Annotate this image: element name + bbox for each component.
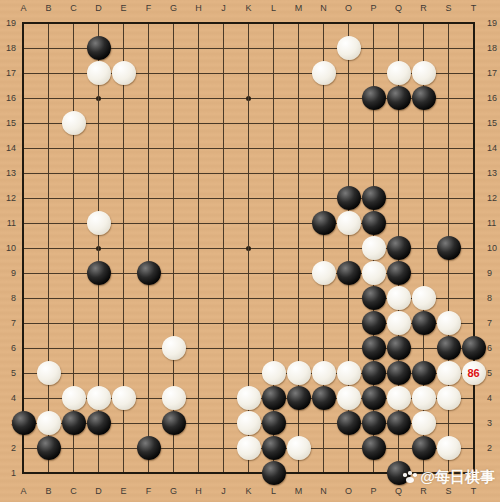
- intersection-L2[interactable]: [261, 436, 286, 461]
- intersection-K15[interactable]: [236, 111, 261, 136]
- intersection-F12[interactable]: [136, 186, 161, 211]
- intersection-F11[interactable]: [136, 211, 161, 236]
- intersection-G1[interactable]: [161, 461, 186, 486]
- intersection-S2[interactable]: [436, 436, 461, 461]
- intersection-M5[interactable]: [286, 361, 311, 386]
- intersection-K14[interactable]: [236, 136, 261, 161]
- intersection-C15[interactable]: [61, 111, 86, 136]
- intersection-O13[interactable]: [336, 161, 361, 186]
- intersection-E14[interactable]: [111, 136, 136, 161]
- intersection-Q4[interactable]: [386, 386, 411, 411]
- intersection-M2[interactable]: [286, 436, 311, 461]
- intersection-G17[interactable]: [161, 61, 186, 86]
- intersection-D15[interactable]: [86, 111, 111, 136]
- intersection-O5[interactable]: [336, 361, 361, 386]
- intersection-R5[interactable]: [411, 361, 436, 386]
- intersection-E2[interactable]: [111, 436, 136, 461]
- intersection-D2[interactable]: [86, 436, 111, 461]
- intersection-A14[interactable]: [11, 136, 36, 161]
- intersection-L4[interactable]: [261, 386, 286, 411]
- intersection-O1[interactable]: [336, 461, 361, 486]
- intersection-R9[interactable]: [411, 261, 436, 286]
- intersection-J11[interactable]: [211, 211, 236, 236]
- intersection-J19[interactable]: [211, 11, 236, 36]
- intersection-C13[interactable]: [61, 161, 86, 186]
- intersection-D12[interactable]: [86, 186, 111, 211]
- intersection-D9[interactable]: [86, 261, 111, 286]
- intersection-C17[interactable]: [61, 61, 86, 86]
- intersection-B6[interactable]: [36, 336, 61, 361]
- intersection-E3[interactable]: [111, 411, 136, 436]
- intersection-G8[interactable]: [161, 286, 186, 311]
- intersection-R2[interactable]: [411, 436, 436, 461]
- intersection-D8[interactable]: [86, 286, 111, 311]
- intersection-T10[interactable]: [461, 236, 486, 261]
- intersection-T3[interactable]: [461, 411, 486, 436]
- intersection-O3[interactable]: [336, 411, 361, 436]
- intersection-E12[interactable]: [111, 186, 136, 211]
- intersection-F13[interactable]: [136, 161, 161, 186]
- intersection-D5[interactable]: [86, 361, 111, 386]
- intersection-G13[interactable]: [161, 161, 186, 186]
- intersection-J7[interactable]: [211, 311, 236, 336]
- intersection-N6[interactable]: [311, 336, 336, 361]
- intersection-F9[interactable]: [136, 261, 161, 286]
- intersection-H5[interactable]: [186, 361, 211, 386]
- intersection-B1[interactable]: [36, 461, 61, 486]
- intersection-B5[interactable]: [36, 361, 61, 386]
- intersection-F14[interactable]: [136, 136, 161, 161]
- intersection-P7[interactable]: [361, 311, 386, 336]
- intersection-N4[interactable]: [311, 386, 336, 411]
- intersection-K9[interactable]: [236, 261, 261, 286]
- intersection-G9[interactable]: [161, 261, 186, 286]
- intersection-S16[interactable]: [436, 86, 461, 111]
- intersection-O16[interactable]: [336, 86, 361, 111]
- intersection-D1[interactable]: [86, 461, 111, 486]
- intersection-T4[interactable]: [461, 386, 486, 411]
- intersection-O12[interactable]: [336, 186, 361, 211]
- intersection-J8[interactable]: [211, 286, 236, 311]
- intersection-S19[interactable]: [436, 11, 461, 36]
- intersection-P5[interactable]: [361, 361, 386, 386]
- intersection-K7[interactable]: [236, 311, 261, 336]
- intersection-M1[interactable]: [286, 461, 311, 486]
- intersection-H15[interactable]: [186, 111, 211, 136]
- intersection-B17[interactable]: [36, 61, 61, 86]
- intersection-N17[interactable]: [311, 61, 336, 86]
- intersection-F3[interactable]: [136, 411, 161, 436]
- intersection-P17[interactable]: [361, 61, 386, 86]
- intersection-C4[interactable]: [61, 386, 86, 411]
- intersection-K3[interactable]: [236, 411, 261, 436]
- intersection-M4[interactable]: [286, 386, 311, 411]
- intersection-Q8[interactable]: [386, 286, 411, 311]
- intersection-J10[interactable]: [211, 236, 236, 261]
- intersection-O4[interactable]: [336, 386, 361, 411]
- intersection-C16[interactable]: [61, 86, 86, 111]
- intersection-K11[interactable]: [236, 211, 261, 236]
- intersection-J15[interactable]: [211, 111, 236, 136]
- intersection-C1[interactable]: [61, 461, 86, 486]
- intersection-T9[interactable]: [461, 261, 486, 286]
- intersection-M9[interactable]: [286, 261, 311, 286]
- intersection-G15[interactable]: [161, 111, 186, 136]
- intersection-E4[interactable]: [111, 386, 136, 411]
- intersection-Q7[interactable]: [386, 311, 411, 336]
- intersection-L19[interactable]: [261, 11, 286, 36]
- intersection-C5[interactable]: [61, 361, 86, 386]
- intersection-O9[interactable]: [336, 261, 361, 286]
- intersection-J2[interactable]: [211, 436, 236, 461]
- intersection-L3[interactable]: [261, 411, 286, 436]
- intersection-H1[interactable]: [186, 461, 211, 486]
- intersection-K5[interactable]: [236, 361, 261, 386]
- intersection-L6[interactable]: [261, 336, 286, 361]
- intersection-N14[interactable]: [311, 136, 336, 161]
- intersection-D16[interactable]: [86, 86, 111, 111]
- intersection-F17[interactable]: [136, 61, 161, 86]
- intersection-K1[interactable]: [236, 461, 261, 486]
- intersection-K12[interactable]: [236, 186, 261, 211]
- intersection-H19[interactable]: [186, 11, 211, 36]
- intersection-P18[interactable]: [361, 36, 386, 61]
- intersection-B12[interactable]: [36, 186, 61, 211]
- intersection-N11[interactable]: [311, 211, 336, 236]
- intersection-C18[interactable]: [61, 36, 86, 61]
- intersection-K18[interactable]: [236, 36, 261, 61]
- intersection-H4[interactable]: [186, 386, 211, 411]
- intersection-A4[interactable]: [11, 386, 36, 411]
- intersection-G19[interactable]: [161, 11, 186, 36]
- intersection-P14[interactable]: [361, 136, 386, 161]
- intersection-D19[interactable]: [86, 11, 111, 36]
- intersection-S14[interactable]: [436, 136, 461, 161]
- intersection-E17[interactable]: [111, 61, 136, 86]
- intersection-E16[interactable]: [111, 86, 136, 111]
- intersection-M11[interactable]: [286, 211, 311, 236]
- intersection-S18[interactable]: [436, 36, 461, 61]
- intersection-L5[interactable]: [261, 361, 286, 386]
- intersection-N18[interactable]: [311, 36, 336, 61]
- intersection-N1[interactable]: [311, 461, 336, 486]
- intersection-B19[interactable]: [36, 11, 61, 36]
- intersection-N7[interactable]: [311, 311, 336, 336]
- intersection-E19[interactable]: [111, 11, 136, 36]
- intersection-D3[interactable]: [86, 411, 111, 436]
- intersection-Q6[interactable]: [386, 336, 411, 361]
- intersection-O6[interactable]: [336, 336, 361, 361]
- intersection-S17[interactable]: [436, 61, 461, 86]
- intersection-S7[interactable]: [436, 311, 461, 336]
- intersection-K10[interactable]: [236, 236, 261, 261]
- intersection-L15[interactable]: [261, 111, 286, 136]
- intersection-A13[interactable]: [11, 161, 36, 186]
- intersection-J14[interactable]: [211, 136, 236, 161]
- intersection-K8[interactable]: [236, 286, 261, 311]
- intersection-N5[interactable]: [311, 361, 336, 386]
- intersection-S4[interactable]: [436, 386, 461, 411]
- intersection-D13[interactable]: [86, 161, 111, 186]
- intersection-F10[interactable]: [136, 236, 161, 261]
- intersection-A5[interactable]: [11, 361, 36, 386]
- intersection-Q3[interactable]: [386, 411, 411, 436]
- intersection-G6[interactable]: [161, 336, 186, 361]
- intersection-B8[interactable]: [36, 286, 61, 311]
- intersection-T14[interactable]: [461, 136, 486, 161]
- intersection-P11[interactable]: [361, 211, 386, 236]
- intersection-L10[interactable]: [261, 236, 286, 261]
- intersection-C8[interactable]: [61, 286, 86, 311]
- intersection-P9[interactable]: [361, 261, 386, 286]
- intersection-Q12[interactable]: [386, 186, 411, 211]
- intersection-F8[interactable]: [136, 286, 161, 311]
- intersection-P4[interactable]: [361, 386, 386, 411]
- intersection-N19[interactable]: [311, 11, 336, 36]
- intersection-S9[interactable]: [436, 261, 461, 286]
- intersection-E9[interactable]: [111, 261, 136, 286]
- intersection-R11[interactable]: [411, 211, 436, 236]
- intersection-R4[interactable]: [411, 386, 436, 411]
- intersection-D11[interactable]: [86, 211, 111, 236]
- intersection-E6[interactable]: [111, 336, 136, 361]
- intersection-E11[interactable]: [111, 211, 136, 236]
- intersection-E18[interactable]: [111, 36, 136, 61]
- intersection-E13[interactable]: [111, 161, 136, 186]
- intersection-M15[interactable]: [286, 111, 311, 136]
- intersection-O15[interactable]: [336, 111, 361, 136]
- intersection-Q10[interactable]: [386, 236, 411, 261]
- intersection-R17[interactable]: [411, 61, 436, 86]
- intersection-G7[interactable]: [161, 311, 186, 336]
- intersection-O18[interactable]: [336, 36, 361, 61]
- intersection-Q18[interactable]: [386, 36, 411, 61]
- intersection-H12[interactable]: [186, 186, 211, 211]
- intersection-J4[interactable]: [211, 386, 236, 411]
- intersection-R13[interactable]: [411, 161, 436, 186]
- intersection-O2[interactable]: [336, 436, 361, 461]
- intersection-L7[interactable]: [261, 311, 286, 336]
- intersection-P3[interactable]: [361, 411, 386, 436]
- intersection-T2[interactable]: [461, 436, 486, 461]
- intersection-S11[interactable]: [436, 211, 461, 236]
- intersection-D7[interactable]: [86, 311, 111, 336]
- intersection-M6[interactable]: [286, 336, 311, 361]
- intersection-C14[interactable]: [61, 136, 86, 161]
- intersection-M7[interactable]: [286, 311, 311, 336]
- intersection-G4[interactable]: [161, 386, 186, 411]
- intersection-J1[interactable]: [211, 461, 236, 486]
- intersection-H10[interactable]: [186, 236, 211, 261]
- intersection-F1[interactable]: [136, 461, 161, 486]
- intersection-H3[interactable]: [186, 411, 211, 436]
- intersection-O8[interactable]: [336, 286, 361, 311]
- intersection-L16[interactable]: [261, 86, 286, 111]
- intersection-S6[interactable]: [436, 336, 461, 361]
- intersection-J3[interactable]: [211, 411, 236, 436]
- intersection-N2[interactable]: [311, 436, 336, 461]
- intersection-C9[interactable]: [61, 261, 86, 286]
- intersection-G5[interactable]: [161, 361, 186, 386]
- intersection-M13[interactable]: [286, 161, 311, 186]
- intersection-A3[interactable]: [11, 411, 36, 436]
- intersection-T16[interactable]: [461, 86, 486, 111]
- intersection-C7[interactable]: [61, 311, 86, 336]
- intersection-G2[interactable]: [161, 436, 186, 461]
- intersection-B14[interactable]: [36, 136, 61, 161]
- intersection-Q11[interactable]: [386, 211, 411, 236]
- intersection-Q17[interactable]: [386, 61, 411, 86]
- intersection-T7[interactable]: [461, 311, 486, 336]
- intersection-H7[interactable]: [186, 311, 211, 336]
- intersection-J5[interactable]: [211, 361, 236, 386]
- intersection-A1[interactable]: [11, 461, 36, 486]
- intersection-D6[interactable]: [86, 336, 111, 361]
- intersection-C6[interactable]: [61, 336, 86, 361]
- intersection-M16[interactable]: [286, 86, 311, 111]
- intersection-R7[interactable]: [411, 311, 436, 336]
- intersection-Q15[interactable]: [386, 111, 411, 136]
- intersection-F16[interactable]: [136, 86, 161, 111]
- intersection-B16[interactable]: [36, 86, 61, 111]
- intersection-O7[interactable]: [336, 311, 361, 336]
- intersection-F15[interactable]: [136, 111, 161, 136]
- intersection-L14[interactable]: [261, 136, 286, 161]
- intersection-A10[interactable]: [11, 236, 36, 261]
- intersection-C19[interactable]: [61, 11, 86, 36]
- intersection-B11[interactable]: [36, 211, 61, 236]
- intersection-C12[interactable]: [61, 186, 86, 211]
- intersection-N13[interactable]: [311, 161, 336, 186]
- intersection-P12[interactable]: [361, 186, 386, 211]
- intersection-A19[interactable]: [11, 11, 36, 36]
- intersection-J16[interactable]: [211, 86, 236, 111]
- intersection-T17[interactable]: [461, 61, 486, 86]
- intersection-F6[interactable]: [136, 336, 161, 361]
- intersection-S3[interactable]: [436, 411, 461, 436]
- intersection-N12[interactable]: [311, 186, 336, 211]
- intersection-S10[interactable]: [436, 236, 461, 261]
- intersection-E8[interactable]: [111, 286, 136, 311]
- intersection-R18[interactable]: [411, 36, 436, 61]
- intersection-A17[interactable]: [11, 61, 36, 86]
- intersection-R16[interactable]: [411, 86, 436, 111]
- intersection-C10[interactable]: [61, 236, 86, 261]
- intersection-A16[interactable]: [11, 86, 36, 111]
- intersection-K4[interactable]: [236, 386, 261, 411]
- intersection-O14[interactable]: [336, 136, 361, 161]
- intersection-E7[interactable]: [111, 311, 136, 336]
- intersection-G16[interactable]: [161, 86, 186, 111]
- intersection-A6[interactable]: [11, 336, 36, 361]
- intersection-R19[interactable]: [411, 11, 436, 36]
- intersection-L11[interactable]: [261, 211, 286, 236]
- intersection-C11[interactable]: [61, 211, 86, 236]
- intersection-B2[interactable]: [36, 436, 61, 461]
- intersection-P2[interactable]: [361, 436, 386, 461]
- intersection-M18[interactable]: [286, 36, 311, 61]
- intersection-T8[interactable]: [461, 286, 486, 311]
- intersection-K6[interactable]: [236, 336, 261, 361]
- intersection-R10[interactable]: [411, 236, 436, 261]
- intersection-S13[interactable]: [436, 161, 461, 186]
- intersection-M3[interactable]: [286, 411, 311, 436]
- intersection-A18[interactable]: [11, 36, 36, 61]
- intersection-S5[interactable]: [436, 361, 461, 386]
- intersection-P8[interactable]: [361, 286, 386, 311]
- intersection-A7[interactable]: [11, 311, 36, 336]
- intersection-P10[interactable]: [361, 236, 386, 261]
- intersection-N9[interactable]: [311, 261, 336, 286]
- intersection-F5[interactable]: [136, 361, 161, 386]
- intersection-P15[interactable]: [361, 111, 386, 136]
- intersection-O17[interactable]: [336, 61, 361, 86]
- intersection-J13[interactable]: [211, 161, 236, 186]
- intersection-Q5[interactable]: [386, 361, 411, 386]
- intersection-H18[interactable]: [186, 36, 211, 61]
- intersection-A12[interactable]: [11, 186, 36, 211]
- intersection-P13[interactable]: [361, 161, 386, 186]
- intersection-F4[interactable]: [136, 386, 161, 411]
- intersection-Q16[interactable]: [386, 86, 411, 111]
- intersection-F19[interactable]: [136, 11, 161, 36]
- intersection-H17[interactable]: [186, 61, 211, 86]
- intersection-P6[interactable]: [361, 336, 386, 361]
- intersection-M17[interactable]: [286, 61, 311, 86]
- intersection-H14[interactable]: [186, 136, 211, 161]
- intersection-P19[interactable]: [361, 11, 386, 36]
- intersection-N8[interactable]: [311, 286, 336, 311]
- intersection-Q13[interactable]: [386, 161, 411, 186]
- intersection-M10[interactable]: [286, 236, 311, 261]
- intersection-R3[interactable]: [411, 411, 436, 436]
- intersection-N3[interactable]: [311, 411, 336, 436]
- intersection-H13[interactable]: [186, 161, 211, 186]
- intersection-R14[interactable]: [411, 136, 436, 161]
- intersection-O11[interactable]: [336, 211, 361, 236]
- intersection-T19[interactable]: [461, 11, 486, 36]
- intersection-A2[interactable]: [11, 436, 36, 461]
- intersection-D18[interactable]: [86, 36, 111, 61]
- intersection-E5[interactable]: [111, 361, 136, 386]
- intersection-L9[interactable]: [261, 261, 286, 286]
- intersection-N15[interactable]: [311, 111, 336, 136]
- intersection-L1[interactable]: [261, 461, 286, 486]
- intersection-Q9[interactable]: [386, 261, 411, 286]
- intersection-L13[interactable]: [261, 161, 286, 186]
- intersection-G11[interactable]: [161, 211, 186, 236]
- intersection-K19[interactable]: [236, 11, 261, 36]
- intersection-K2[interactable]: [236, 436, 261, 461]
- intersection-L18[interactable]: [261, 36, 286, 61]
- intersection-T18[interactable]: [461, 36, 486, 61]
- intersection-B13[interactable]: [36, 161, 61, 186]
- intersection-H8[interactable]: [186, 286, 211, 311]
- intersection-A11[interactable]: [11, 211, 36, 236]
- intersection-F2[interactable]: [136, 436, 161, 461]
- intersection-K13[interactable]: [236, 161, 261, 186]
- intersection-M8[interactable]: [286, 286, 311, 311]
- intersection-B4[interactable]: [36, 386, 61, 411]
- intersection-F7[interactable]: [136, 311, 161, 336]
- intersection-F18[interactable]: [136, 36, 161, 61]
- intersection-G10[interactable]: [161, 236, 186, 261]
- intersection-Q19[interactable]: [386, 11, 411, 36]
- intersection-L8[interactable]: [261, 286, 286, 311]
- intersection-H2[interactable]: [186, 436, 211, 461]
- intersection-S8[interactable]: [436, 286, 461, 311]
- intersection-Q2[interactable]: [386, 436, 411, 461]
